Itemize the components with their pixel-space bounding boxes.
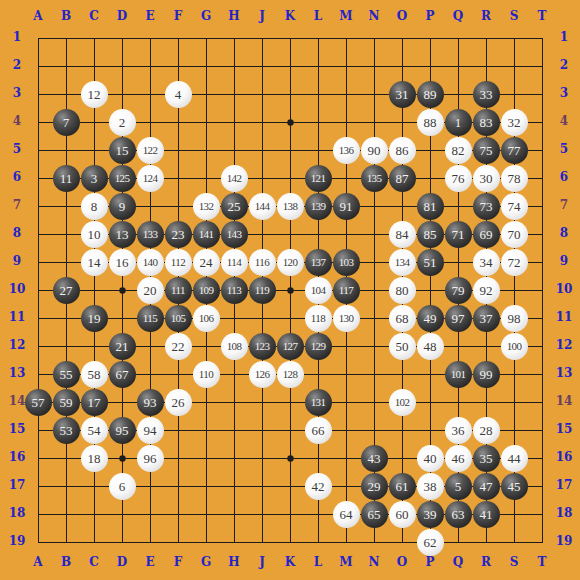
- intersection-J7[interactable]: 144: [248, 192, 276, 220]
- intersection-F8[interactable]: 23: [164, 220, 192, 248]
- intersection-Q14[interactable]: [444, 388, 472, 416]
- col-label-bottom-B[interactable]: B: [55, 555, 77, 570]
- intersection-D16[interactable]: [108, 444, 136, 472]
- intersection-R3[interactable]: 33: [472, 80, 500, 108]
- intersection-P7[interactable]: 81: [416, 192, 444, 220]
- intersection-D17[interactable]: 6: [108, 472, 136, 500]
- row-label-left-16[interactable]: 16: [5, 450, 29, 465]
- col-label-top-C[interactable]: C: [83, 9, 105, 24]
- intersection-B7[interactable]: [52, 192, 80, 220]
- intersection-O10[interactable]: 80: [388, 276, 416, 304]
- row-label-right-6[interactable]: 6: [552, 170, 576, 185]
- col-label-bottom-F[interactable]: F: [167, 555, 189, 570]
- col-label-top-M[interactable]: M: [335, 9, 357, 24]
- intersection-O6[interactable]: 87: [388, 164, 416, 192]
- intersection-G16[interactable]: [192, 444, 220, 472]
- intersection-C10[interactable]: [80, 276, 108, 304]
- intersection-H9[interactable]: 114: [220, 248, 248, 276]
- intersection-J14[interactable]: [248, 388, 276, 416]
- row-label-left-15[interactable]: 15: [5, 422, 29, 437]
- intersection-R11[interactable]: 37: [472, 304, 500, 332]
- row-label-left-13[interactable]: 13: [5, 366, 29, 381]
- intersection-F1[interactable]: [164, 24, 192, 52]
- intersection-R5[interactable]: 75: [472, 136, 500, 164]
- intersection-J9[interactable]: 116: [248, 248, 276, 276]
- intersection-C15[interactable]: 54: [80, 416, 108, 444]
- col-label-bottom-L[interactable]: L: [307, 555, 329, 570]
- intersection-N12[interactable]: [360, 332, 388, 360]
- intersection-R9[interactable]: 34: [472, 248, 500, 276]
- col-label-bottom-S[interactable]: S: [503, 555, 525, 570]
- intersection-P15[interactable]: [416, 416, 444, 444]
- intersection-S1[interactable]: [500, 24, 528, 52]
- intersection-D13[interactable]: 67: [108, 360, 136, 388]
- intersection-C19[interactable]: [80, 528, 108, 556]
- intersection-L12[interactable]: 129: [304, 332, 332, 360]
- intersection-C1[interactable]: [80, 24, 108, 52]
- row-label-left-17[interactable]: 17: [5, 478, 29, 493]
- intersection-E10[interactable]: 20: [136, 276, 164, 304]
- intersection-P1[interactable]: [416, 24, 444, 52]
- intersection-E8[interactable]: 133: [136, 220, 164, 248]
- row-label-right-18[interactable]: 18: [552, 506, 576, 521]
- intersection-L10[interactable]: 104: [304, 276, 332, 304]
- intersection-O2[interactable]: [388, 52, 416, 80]
- intersection-R1[interactable]: [472, 24, 500, 52]
- col-label-top-B[interactable]: B: [55, 9, 77, 24]
- col-label-top-S[interactable]: S: [503, 9, 525, 24]
- intersection-R17[interactable]: 47: [472, 472, 500, 500]
- intersection-B11[interactable]: [52, 304, 80, 332]
- intersection-E4[interactable]: [136, 108, 164, 136]
- intersection-S15[interactable]: [500, 416, 528, 444]
- intersection-M17[interactable]: [332, 472, 360, 500]
- intersection-M2[interactable]: [332, 52, 360, 80]
- intersection-F12[interactable]: 22: [164, 332, 192, 360]
- intersection-M6[interactable]: [332, 164, 360, 192]
- col-label-top-O[interactable]: O: [391, 9, 413, 24]
- intersection-N4[interactable]: [360, 108, 388, 136]
- intersection-G6[interactable]: [192, 164, 220, 192]
- intersection-L15[interactable]: 66: [304, 416, 332, 444]
- intersection-S17[interactable]: 45: [500, 472, 528, 500]
- intersection-C12[interactable]: [80, 332, 108, 360]
- intersection-P4[interactable]: 88: [416, 108, 444, 136]
- intersection-S7[interactable]: 74: [500, 192, 528, 220]
- intersection-Q18[interactable]: 63: [444, 500, 472, 528]
- row-label-left-2[interactable]: 2: [5, 58, 29, 73]
- col-label-bottom-P[interactable]: P: [419, 555, 441, 570]
- intersection-J5[interactable]: [248, 136, 276, 164]
- intersection-O14[interactable]: 102: [388, 388, 416, 416]
- intersection-E18[interactable]: [136, 500, 164, 528]
- intersection-F17[interactable]: [164, 472, 192, 500]
- intersection-G14[interactable]: [192, 388, 220, 416]
- col-label-top-A[interactable]: A: [27, 9, 49, 24]
- intersection-N10[interactable]: [360, 276, 388, 304]
- intersection-K6[interactable]: [276, 164, 304, 192]
- intersection-H17[interactable]: [220, 472, 248, 500]
- row-label-right-8[interactable]: 8: [552, 226, 576, 241]
- intersection-B10[interactable]: 27: [52, 276, 80, 304]
- intersection-F15[interactable]: [164, 416, 192, 444]
- row-label-right-4[interactable]: 4: [552, 114, 576, 129]
- intersection-N3[interactable]: [360, 80, 388, 108]
- intersection-D4[interactable]: 2: [108, 108, 136, 136]
- intersection-L5[interactable]: [304, 136, 332, 164]
- intersection-H16[interactable]: [220, 444, 248, 472]
- intersection-R15[interactable]: 28: [472, 416, 500, 444]
- intersection-N5[interactable]: 90: [360, 136, 388, 164]
- intersection-N16[interactable]: 43: [360, 444, 388, 472]
- intersection-F18[interactable]: [164, 500, 192, 528]
- intersection-M15[interactable]: [332, 416, 360, 444]
- intersection-B6[interactable]: 11: [52, 164, 80, 192]
- intersection-C6[interactable]: 3: [80, 164, 108, 192]
- col-label-top-R[interactable]: R: [475, 9, 497, 24]
- row-label-left-19[interactable]: 19: [5, 534, 29, 549]
- col-label-top-K[interactable]: K: [279, 9, 301, 24]
- intersection-C18[interactable]: [80, 500, 108, 528]
- intersection-P13[interactable]: [416, 360, 444, 388]
- intersection-J15[interactable]: [248, 416, 276, 444]
- intersection-F14[interactable]: 26: [164, 388, 192, 416]
- row-label-left-1[interactable]: 1: [5, 30, 29, 45]
- intersection-D12[interactable]: 21: [108, 332, 136, 360]
- intersection-C11[interactable]: 19: [80, 304, 108, 332]
- row-label-left-7[interactable]: 7: [5, 198, 29, 213]
- row-label-left-6[interactable]: 6: [5, 170, 29, 185]
- intersection-K15[interactable]: [276, 416, 304, 444]
- col-label-bottom-N[interactable]: N: [363, 555, 385, 570]
- col-label-bottom-J[interactable]: J: [251, 555, 273, 570]
- intersection-F19[interactable]: [164, 528, 192, 556]
- intersection-D2[interactable]: [108, 52, 136, 80]
- intersection-O4[interactable]: [388, 108, 416, 136]
- col-label-top-L[interactable]: L: [307, 9, 329, 24]
- intersection-J19[interactable]: [248, 528, 276, 556]
- intersection-G9[interactable]: 24: [192, 248, 220, 276]
- intersection-C7[interactable]: 8: [80, 192, 108, 220]
- intersection-F16[interactable]: [164, 444, 192, 472]
- row-label-left-4[interactable]: 4: [5, 114, 29, 129]
- intersection-K5[interactable]: [276, 136, 304, 164]
- intersection-L6[interactable]: 121: [304, 164, 332, 192]
- intersection-C14[interactable]: 17: [80, 388, 108, 416]
- intersection-L3[interactable]: [304, 80, 332, 108]
- intersection-O19[interactable]: [388, 528, 416, 556]
- intersection-O1[interactable]: [388, 24, 416, 52]
- row-label-left-9[interactable]: 9: [5, 254, 29, 269]
- intersection-Q1[interactable]: [444, 24, 472, 52]
- intersection-C2[interactable]: [80, 52, 108, 80]
- intersection-G12[interactable]: [192, 332, 220, 360]
- intersection-C3[interactable]: 12: [80, 80, 108, 108]
- intersection-Q7[interactable]: [444, 192, 472, 220]
- intersection-P19[interactable]: 62: [416, 528, 444, 556]
- intersection-Q19[interactable]: [444, 528, 472, 556]
- intersection-G3[interactable]: [192, 80, 220, 108]
- col-label-top-P[interactable]: P: [419, 9, 441, 24]
- intersection-S14[interactable]: [500, 388, 528, 416]
- intersection-B15[interactable]: 53: [52, 416, 80, 444]
- intersection-H11[interactable]: [220, 304, 248, 332]
- intersection-G8[interactable]: 141: [192, 220, 220, 248]
- intersection-L16[interactable]: [304, 444, 332, 472]
- intersection-N6[interactable]: 135: [360, 164, 388, 192]
- intersection-H7[interactable]: 25: [220, 192, 248, 220]
- intersection-M3[interactable]: [332, 80, 360, 108]
- intersection-H12[interactable]: 108: [220, 332, 248, 360]
- intersection-M4[interactable]: [332, 108, 360, 136]
- intersection-E2[interactable]: [136, 52, 164, 80]
- intersection-H8[interactable]: 143: [220, 220, 248, 248]
- intersection-E3[interactable]: [136, 80, 164, 108]
- col-label-bottom-Q[interactable]: Q: [447, 555, 469, 570]
- intersection-K9[interactable]: 120: [276, 248, 304, 276]
- intersection-R16[interactable]: 35: [472, 444, 500, 472]
- intersection-H14[interactable]: [220, 388, 248, 416]
- col-label-bottom-D[interactable]: D: [111, 555, 133, 570]
- intersection-M1[interactable]: [332, 24, 360, 52]
- col-label-top-J[interactable]: J: [251, 9, 273, 24]
- intersection-C4[interactable]: [80, 108, 108, 136]
- row-label-left-18[interactable]: 18: [5, 506, 29, 521]
- intersection-K12[interactable]: 127: [276, 332, 304, 360]
- intersection-P9[interactable]: 51: [416, 248, 444, 276]
- intersection-N1[interactable]: [360, 24, 388, 52]
- intersection-E9[interactable]: 140: [136, 248, 164, 276]
- intersection-G19[interactable]: [192, 528, 220, 556]
- intersection-G4[interactable]: [192, 108, 220, 136]
- intersection-E5[interactable]: 122: [136, 136, 164, 164]
- intersection-G10[interactable]: 109: [192, 276, 220, 304]
- row-label-right-12[interactable]: 12: [552, 338, 576, 353]
- intersection-J8[interactable]: [248, 220, 276, 248]
- intersection-L17[interactable]: 42: [304, 472, 332, 500]
- intersection-L8[interactable]: [304, 220, 332, 248]
- col-label-bottom-C[interactable]: C: [83, 555, 105, 570]
- intersection-G5[interactable]: [192, 136, 220, 164]
- col-label-top-N[interactable]: N: [363, 9, 385, 24]
- intersection-K14[interactable]: [276, 388, 304, 416]
- row-label-right-2[interactable]: 2: [552, 58, 576, 73]
- intersection-F7[interactable]: [164, 192, 192, 220]
- intersection-M7[interactable]: 91: [332, 192, 360, 220]
- intersection-D15[interactable]: 95: [108, 416, 136, 444]
- intersection-D7[interactable]: 9: [108, 192, 136, 220]
- intersection-N15[interactable]: [360, 416, 388, 444]
- intersection-J2[interactable]: [248, 52, 276, 80]
- col-label-top-T[interactable]: T: [531, 9, 553, 24]
- intersection-N8[interactable]: [360, 220, 388, 248]
- intersection-E12[interactable]: [136, 332, 164, 360]
- intersection-D3[interactable]: [108, 80, 136, 108]
- intersection-C5[interactable]: [80, 136, 108, 164]
- intersection-M9[interactable]: 103: [332, 248, 360, 276]
- intersection-S6[interactable]: 78: [500, 164, 528, 192]
- intersection-E16[interactable]: 96: [136, 444, 164, 472]
- intersection-H15[interactable]: [220, 416, 248, 444]
- intersection-J18[interactable]: [248, 500, 276, 528]
- intersection-B14[interactable]: 59: [52, 388, 80, 416]
- intersection-O17[interactable]: 61: [388, 472, 416, 500]
- intersection-P2[interactable]: [416, 52, 444, 80]
- intersection-G17[interactable]: [192, 472, 220, 500]
- intersection-L1[interactable]: [304, 24, 332, 52]
- intersection-S8[interactable]: 70: [500, 220, 528, 248]
- intersection-M19[interactable]: [332, 528, 360, 556]
- intersection-R18[interactable]: 41: [472, 500, 500, 528]
- intersection-B4[interactable]: 7: [52, 108, 80, 136]
- col-label-top-Q[interactable]: Q: [447, 9, 469, 24]
- intersection-M10[interactable]: 117: [332, 276, 360, 304]
- intersection-N9[interactable]: [360, 248, 388, 276]
- intersection-P16[interactable]: 40: [416, 444, 444, 472]
- intersection-E13[interactable]: [136, 360, 164, 388]
- row-label-right-1[interactable]: 1: [552, 30, 576, 45]
- intersection-J1[interactable]: [248, 24, 276, 52]
- intersection-D5[interactable]: 15: [108, 136, 136, 164]
- intersection-K19[interactable]: [276, 528, 304, 556]
- intersection-B3[interactable]: [52, 80, 80, 108]
- row-label-right-3[interactable]: 3: [552, 86, 576, 101]
- intersection-P5[interactable]: [416, 136, 444, 164]
- intersection-E14[interactable]: 93: [136, 388, 164, 416]
- intersection-H2[interactable]: [220, 52, 248, 80]
- intersection-E15[interactable]: 94: [136, 416, 164, 444]
- intersection-B8[interactable]: [52, 220, 80, 248]
- intersection-J6[interactable]: [248, 164, 276, 192]
- intersection-F13[interactable]: [164, 360, 192, 388]
- intersection-K7[interactable]: 138: [276, 192, 304, 220]
- intersection-R7[interactable]: 73: [472, 192, 500, 220]
- row-label-left-12[interactable]: 12: [5, 338, 29, 353]
- intersection-F5[interactable]: [164, 136, 192, 164]
- intersection-P12[interactable]: 48: [416, 332, 444, 360]
- intersection-S11[interactable]: 98: [500, 304, 528, 332]
- intersection-R14[interactable]: [472, 388, 500, 416]
- intersection-Q10[interactable]: 79: [444, 276, 472, 304]
- col-label-bottom-E[interactable]: E: [139, 555, 161, 570]
- intersection-C16[interactable]: 18: [80, 444, 108, 472]
- intersection-M8[interactable]: [332, 220, 360, 248]
- intersection-O3[interactable]: 31: [388, 80, 416, 108]
- intersection-S2[interactable]: [500, 52, 528, 80]
- row-label-right-15[interactable]: 15: [552, 422, 576, 437]
- intersection-L14[interactable]: 131: [304, 388, 332, 416]
- intersection-Q12[interactable]: [444, 332, 472, 360]
- intersection-N19[interactable]: [360, 528, 388, 556]
- intersection-O16[interactable]: [388, 444, 416, 472]
- intersection-M11[interactable]: 130: [332, 304, 360, 332]
- intersection-H10[interactable]: 113: [220, 276, 248, 304]
- intersection-O9[interactable]: 134: [388, 248, 416, 276]
- intersection-B9[interactable]: [52, 248, 80, 276]
- col-label-bottom-R[interactable]: R: [475, 555, 497, 570]
- row-label-right-13[interactable]: 13: [552, 366, 576, 381]
- intersection-L7[interactable]: 139: [304, 192, 332, 220]
- intersection-Q17[interactable]: 5: [444, 472, 472, 500]
- intersection-N14[interactable]: [360, 388, 388, 416]
- intersection-E1[interactable]: [136, 24, 164, 52]
- intersection-B17[interactable]: [52, 472, 80, 500]
- row-label-right-9[interactable]: 9: [552, 254, 576, 269]
- intersection-D10[interactable]: [108, 276, 136, 304]
- intersection-L11[interactable]: 118: [304, 304, 332, 332]
- intersection-O8[interactable]: 84: [388, 220, 416, 248]
- intersection-B12[interactable]: [52, 332, 80, 360]
- col-label-bottom-A[interactable]: A: [27, 555, 49, 570]
- intersection-P8[interactable]: 85: [416, 220, 444, 248]
- intersection-B16[interactable]: [52, 444, 80, 472]
- intersection-N7[interactable]: [360, 192, 388, 220]
- intersection-S19[interactable]: [500, 528, 528, 556]
- intersection-S3[interactable]: [500, 80, 528, 108]
- intersection-B18[interactable]: [52, 500, 80, 528]
- intersection-M12[interactable]: [332, 332, 360, 360]
- intersection-R6[interactable]: 30: [472, 164, 500, 192]
- intersection-L9[interactable]: 137: [304, 248, 332, 276]
- intersection-O15[interactable]: [388, 416, 416, 444]
- intersection-P3[interactable]: 89: [416, 80, 444, 108]
- intersection-H18[interactable]: [220, 500, 248, 528]
- intersection-D8[interactable]: 13: [108, 220, 136, 248]
- intersection-A14[interactable]: 57: [24, 388, 52, 416]
- intersection-J3[interactable]: [248, 80, 276, 108]
- intersection-J13[interactable]: 126: [248, 360, 276, 388]
- intersection-R4[interactable]: 83: [472, 108, 500, 136]
- intersection-R13[interactable]: 99: [472, 360, 500, 388]
- intersection-O5[interactable]: 86: [388, 136, 416, 164]
- intersection-M14[interactable]: [332, 388, 360, 416]
- intersection-D1[interactable]: [108, 24, 136, 52]
- intersection-F11[interactable]: 105: [164, 304, 192, 332]
- intersection-J4[interactable]: [248, 108, 276, 136]
- intersection-E19[interactable]: [136, 528, 164, 556]
- intersection-D6[interactable]: 125: [108, 164, 136, 192]
- intersection-J11[interactable]: [248, 304, 276, 332]
- row-label-right-16[interactable]: 16: [552, 450, 576, 465]
- intersection-C9[interactable]: 14: [80, 248, 108, 276]
- col-label-top-F[interactable]: F: [167, 9, 189, 24]
- row-label-right-17[interactable]: 17: [552, 478, 576, 493]
- row-label-left-3[interactable]: 3: [5, 86, 29, 101]
- intersection-P10[interactable]: [416, 276, 444, 304]
- intersection-L2[interactable]: [304, 52, 332, 80]
- intersection-S13[interactable]: [500, 360, 528, 388]
- intersection-H13[interactable]: [220, 360, 248, 388]
- intersection-Q9[interactable]: [444, 248, 472, 276]
- intersection-P17[interactable]: 38: [416, 472, 444, 500]
- intersection-Q4[interactable]: 1: [444, 108, 472, 136]
- intersection-R12[interactable]: [472, 332, 500, 360]
- intersection-S18[interactable]: [500, 500, 528, 528]
- intersection-O7[interactable]: [388, 192, 416, 220]
- intersection-P14[interactable]: [416, 388, 444, 416]
- intersection-O11[interactable]: 68: [388, 304, 416, 332]
- intersection-R10[interactable]: 92: [472, 276, 500, 304]
- col-label-bottom-T[interactable]: T: [531, 555, 553, 570]
- intersection-D9[interactable]: 16: [108, 248, 136, 276]
- intersection-E7[interactable]: [136, 192, 164, 220]
- intersection-B2[interactable]: [52, 52, 80, 80]
- intersection-G7[interactable]: 132: [192, 192, 220, 220]
- intersection-M16[interactable]: [332, 444, 360, 472]
- intersection-K1[interactable]: [276, 24, 304, 52]
- intersection-Q13[interactable]: 101: [444, 360, 472, 388]
- row-label-right-19[interactable]: 19: [552, 534, 576, 549]
